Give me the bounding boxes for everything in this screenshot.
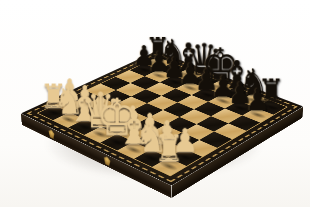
scene: ♜♞♝♛♚♝♞♜♟♟♟♟♟♟♟♟♟♟♟♟♟♟♟♟♜♞♝♛♚♝♞♜ (63, 10, 263, 207)
brass-clasp-icon (104, 155, 111, 167)
piece-black-pawn-h7[interactable]: ♟ (236, 61, 281, 116)
brass-clasp-icon (48, 128, 55, 139)
chess-set-photo: ♜♞♝♛♚♝♞♜♟♟♟♟♟♟♟♟♟♟♟♟♟♟♟♟♜♞♝♛♚♝♞♜ (0, 0, 310, 207)
chess-board[interactable]: ♜♞♝♛♚♝♞♜♟♟♟♟♟♟♟♟♟♟♟♟♟♟♟♟♜♞♝♛♚♝♞♜ (21, 51, 303, 186)
piece-white-rook-h1[interactable]: ♜ (145, 107, 194, 167)
